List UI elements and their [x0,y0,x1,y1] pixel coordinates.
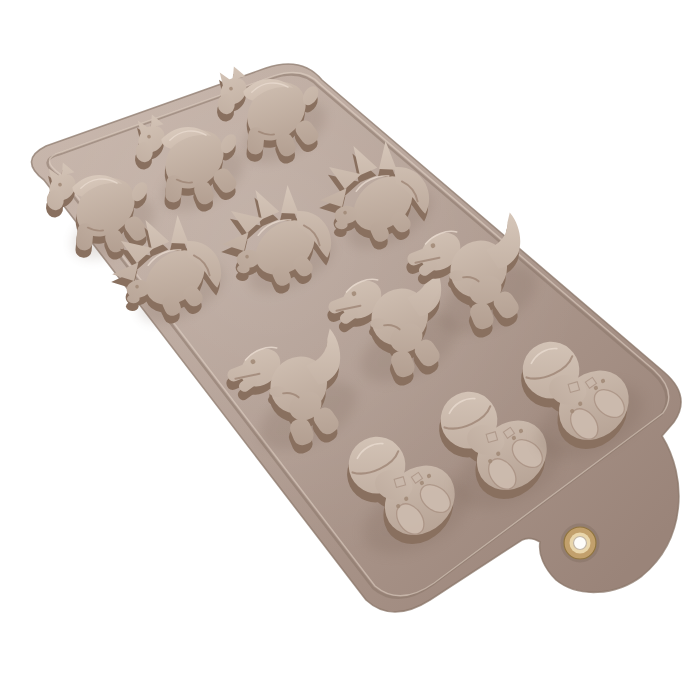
grommet-hole [574,537,587,550]
product-photo-stage [0,0,700,700]
hanging-hole [562,525,598,561]
product-photo [0,0,700,700]
